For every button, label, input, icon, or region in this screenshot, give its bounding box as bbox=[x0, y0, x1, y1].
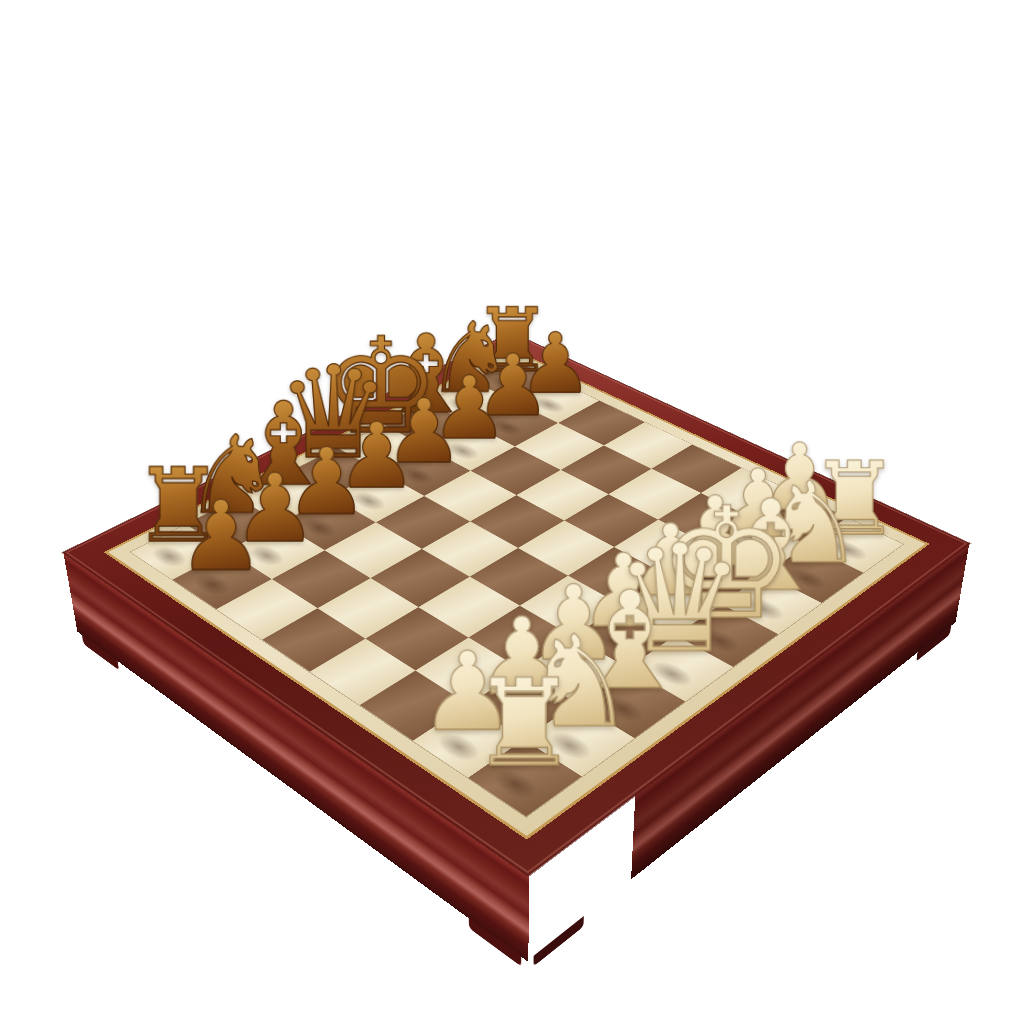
square-a1: ♜ bbox=[468, 739, 582, 816]
board-maple-margin: ♜♟♟♜♞♟♟♞♝♟♟♝♚♟♟♚♛♟♟♛♝♟♟♝♞♟♟♞♜♟♟♜ bbox=[104, 349, 930, 840]
black-pawn-glyph: ♟ bbox=[178, 489, 264, 585]
product-photo-stage: ♜♟♟♜♞♟♟♞♝♟♟♝♚♟♟♚♛♟♟♛♝♟♟♝♞♟♟♞♜♟♟♜ bbox=[0, 0, 1024, 1024]
white-rook-glyph: ♜ bbox=[470, 663, 578, 784]
square-a7: ♟ bbox=[173, 551, 272, 609]
chess-box-top-face: ♜♟♟♜♞♟♟♞♝♟♟♝♚♟♟♚♛♟♟♛♝♟♟♝♞♟♟♞♜♟♟♜ bbox=[64, 333, 969, 875]
